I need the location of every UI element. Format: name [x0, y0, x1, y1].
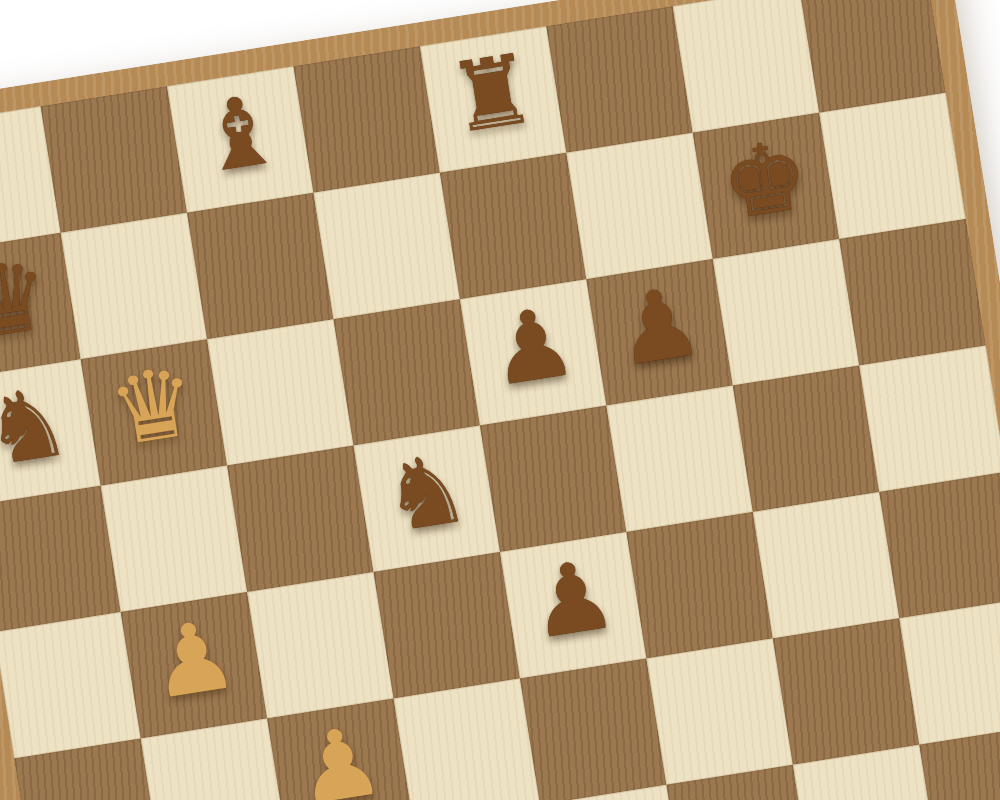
- square-c6[interactable]: [207, 319, 353, 465]
- square-c8[interactable]: ♝: [167, 66, 313, 212]
- piece-light-pawn-c3[interactable]: ♟: [289, 712, 389, 800]
- square-h4[interactable]: [879, 472, 1000, 618]
- square-d4[interactable]: [374, 552, 520, 698]
- square-e5[interactable]: [480, 406, 626, 552]
- square-c7[interactable]: [187, 193, 333, 339]
- square-d7[interactable]: [314, 173, 460, 319]
- square-b8[interactable]: [41, 86, 187, 232]
- piece-dark-queen-a7[interactable]: ♛: [0, 246, 57, 354]
- square-d3[interactable]: [394, 678, 540, 800]
- square-b7[interactable]: [61, 213, 207, 359]
- square-f6[interactable]: ♟: [586, 259, 732, 405]
- square-a4[interactable]: [0, 612, 141, 758]
- piece-dark-rook-e8[interactable]: ♜: [442, 39, 542, 147]
- square-e4[interactable]: ♟: [500, 532, 646, 678]
- chess-board: ♝♜♛♚♞♛♟♟♞♟♟♟♚♝: [0, 0, 1000, 800]
- square-f4[interactable]: [626, 512, 772, 658]
- piece-light-queen-b6[interactable]: ♛: [103, 352, 203, 460]
- piece-dark-pawn-f6[interactable]: ♟: [609, 272, 709, 380]
- square-d6[interactable]: [334, 299, 480, 445]
- square-g7[interactable]: ♚: [693, 113, 839, 259]
- photo-background: ♝♜♛♚♞♛♟♟♞♟♟♟♚♝: [0, 0, 1000, 800]
- chess-board-frame: ♝♜♛♚♞♛♟♟♞♟♟♟♚♝: [0, 0, 1000, 800]
- square-g5[interactable]: [733, 366, 879, 512]
- square-e6[interactable]: ♟: [460, 279, 606, 425]
- square-g4[interactable]: [753, 492, 899, 638]
- piece-dark-pawn-e4[interactable]: ♟: [522, 545, 622, 653]
- square-c4[interactable]: [247, 572, 393, 718]
- piece-dark-bishop-c8[interactable]: ♝: [189, 79, 289, 187]
- square-e8[interactable]: ♜: [420, 26, 566, 172]
- square-a5[interactable]: [0, 486, 121, 632]
- square-e7[interactable]: [440, 153, 586, 299]
- square-d5[interactable]: ♞: [354, 426, 500, 572]
- square-c5[interactable]: [227, 446, 373, 592]
- square-f7[interactable]: [566, 133, 712, 279]
- square-b5[interactable]: [101, 466, 247, 612]
- piece-dark-king-g7[interactable]: ♚: [715, 126, 815, 234]
- square-g8[interactable]: [673, 0, 819, 133]
- piece-dark-pawn-e6[interactable]: ♟: [482, 292, 582, 400]
- square-b4[interactable]: ♟: [121, 592, 267, 738]
- square-f5[interactable]: [606, 386, 752, 532]
- square-d8[interactable]: [293, 46, 439, 192]
- square-f8[interactable]: [546, 6, 692, 152]
- square-b6[interactable]: ♛: [81, 339, 227, 485]
- piece-dark-knight-d5[interactable]: ♞: [376, 439, 476, 547]
- square-g6[interactable]: [713, 239, 859, 385]
- square-e3[interactable]: [520, 658, 666, 800]
- square-h6[interactable]: [839, 219, 985, 365]
- piece-light-pawn-b4[interactable]: ♟: [143, 605, 243, 713]
- square-g3[interactable]: [773, 618, 919, 764]
- piece-dark-knight-a6[interactable]: ♞: [0, 372, 77, 480]
- square-f3[interactable]: [646, 638, 792, 784]
- square-h5[interactable]: [859, 345, 1000, 491]
- square-h7[interactable]: [819, 93, 965, 239]
